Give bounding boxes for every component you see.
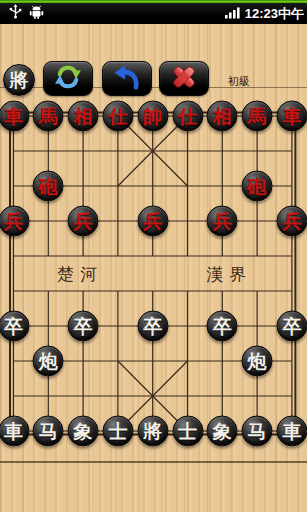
river-label-left: 楚河 xyxy=(57,263,103,286)
signal-icon xyxy=(225,5,241,23)
piece-black-r9c6[interactable]: 象 xyxy=(207,416,238,447)
piece-black-r7c7[interactable]: 炮 xyxy=(242,346,273,377)
toolbar: 將 xyxy=(0,24,307,88)
usb-icon xyxy=(9,4,22,23)
app-screen: 12:23中午 將 xyxy=(0,0,307,512)
piece-black-r9c4[interactable]: 將 xyxy=(137,416,168,447)
status-bar-right: 12:23中午 xyxy=(225,3,304,24)
piece-red-r0c8[interactable]: 車 xyxy=(276,101,307,132)
piece-red-r3c4[interactable]: 兵 xyxy=(137,206,168,237)
piece-red-r3c6[interactable]: 兵 xyxy=(207,206,238,237)
piece-black-r9c5[interactable]: 士 xyxy=(172,416,203,447)
piece-black-r6c4[interactable]: 卒 xyxy=(137,311,168,342)
piece-red-r2c1[interactable]: 砲 xyxy=(33,171,64,202)
piece-red-r3c8[interactable]: 兵 xyxy=(276,206,307,237)
piece-black-r6c6[interactable]: 卒 xyxy=(207,311,238,342)
piece-red-r0c4[interactable]: 帥 xyxy=(137,101,168,132)
piece-black-r6c8[interactable]: 卒 xyxy=(276,311,307,342)
piece-black-r9c7[interactable]: 马 xyxy=(242,416,273,447)
piece-black-r9c2[interactable]: 象 xyxy=(68,416,99,447)
status-bar-left xyxy=(9,3,44,24)
clock-text: 12:23中午 xyxy=(245,5,304,23)
board-grid xyxy=(0,87,307,461)
piece-red-r2c7[interactable]: 砲 xyxy=(242,171,273,202)
status-bar: 12:23中午 xyxy=(0,3,307,24)
river-label-right: 漢界 xyxy=(206,263,252,286)
piece-red-r0c3[interactable]: 仕 xyxy=(102,101,133,132)
xiangqi-board[interactable]: 楚河 漢界 車馬相仕帥仕相馬車砲砲兵兵兵兵兵卒卒卒卒卒炮炮車马象士將士象马車 xyxy=(0,87,307,463)
piece-black-r7c1[interactable]: 炮 xyxy=(33,346,64,377)
piece-red-r0c5[interactable]: 仕 xyxy=(172,101,203,132)
piece-red-r0c6[interactable]: 相 xyxy=(207,101,238,132)
piece-red-r0c1[interactable]: 馬 xyxy=(33,101,64,132)
piece-black-r9c3[interactable]: 士 xyxy=(102,416,133,447)
piece-red-r0c2[interactable]: 相 xyxy=(68,101,99,132)
android-icon xyxy=(29,5,44,23)
piece-black-r9c8[interactable]: 車 xyxy=(276,416,307,447)
piece-black-r6c2[interactable]: 卒 xyxy=(68,311,99,342)
piece-red-r3c2[interactable]: 兵 xyxy=(68,206,99,237)
piece-black-r9c1[interactable]: 马 xyxy=(33,416,64,447)
piece-red-r0c7[interactable]: 馬 xyxy=(242,101,273,132)
